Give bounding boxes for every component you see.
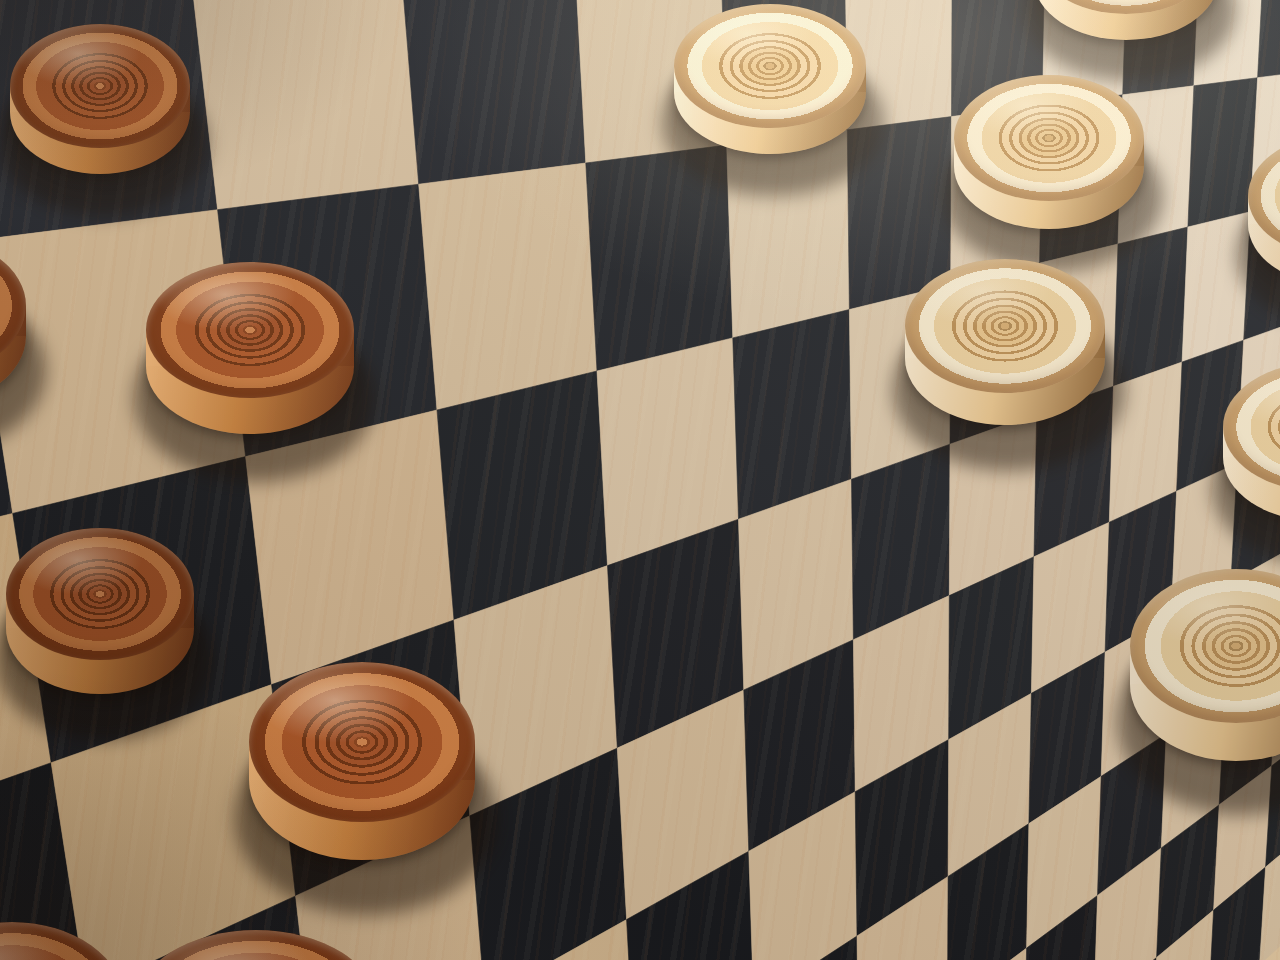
checker-piece-cream[interactable]	[1223, 363, 1280, 521]
piece-top-rings	[0, 922, 124, 960]
piece-top-rings	[249, 662, 475, 822]
checker-piece-brown[interactable]	[0, 236, 26, 406]
pieces-layer	[0, 0, 1280, 960]
piece-top-rings	[10, 24, 190, 148]
piece-top-rings	[905, 259, 1105, 393]
piece-top-rings	[674, 4, 866, 128]
checker-piece-brown[interactable]	[6, 528, 194, 694]
checker-piece-cream[interactable]	[905, 259, 1105, 425]
checker-piece-cream[interactable]	[674, 4, 866, 154]
checker-piece-brown[interactable]	[146, 262, 354, 434]
piece-top-rings	[134, 930, 378, 960]
piece-top-rings	[6, 528, 194, 660]
checker-piece-cream[interactable]	[1034, 0, 1218, 40]
checker-piece-brown[interactable]	[10, 24, 190, 174]
piece-top-rings	[954, 75, 1144, 201]
checkers-photo-stage	[0, 0, 1280, 960]
checker-piece-cream[interactable]	[1248, 134, 1280, 286]
piece-top-rings	[146, 262, 354, 398]
checker-piece-brown[interactable]	[134, 930, 378, 960]
checker-piece-cream[interactable]	[1130, 569, 1280, 761]
checker-piece-cream[interactable]	[954, 75, 1144, 229]
checker-piece-brown[interactable]	[0, 922, 124, 960]
checker-piece-brown[interactable]	[249, 662, 475, 860]
